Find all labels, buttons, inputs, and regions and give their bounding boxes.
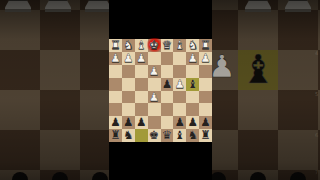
- white-pawn-icon: ♟: [149, 91, 159, 104]
- white-bishop-icon: ♝: [175, 39, 185, 52]
- square-a1: ♜: [199, 39, 212, 52]
- square-f5: [135, 91, 148, 104]
- square-c5: [173, 91, 186, 104]
- square-d1: ♛: [161, 39, 174, 52]
- square-g3: [122, 65, 135, 78]
- white-pawn-icon: ♟: [136, 52, 146, 65]
- white-piece-base-icon: [285, 0, 311, 12]
- white-pawn-icon: ♟: [110, 52, 120, 65]
- square-h3: [109, 65, 122, 78]
- black-pawn-icon: ♟: [200, 116, 210, 129]
- square-c2: [173, 52, 186, 65]
- square-c8: ♝: [173, 129, 186, 142]
- bg-coordinate-label: 4: [315, 51, 318, 56]
- square-g1: ♞: [122, 39, 135, 52]
- white-pawn-icon: ♟: [175, 78, 185, 91]
- square-g5: [122, 91, 135, 104]
- square-d8: ♛: [161, 129, 174, 142]
- black-king-icon: ♚: [149, 129, 159, 142]
- square-e4: [148, 78, 161, 91]
- square-a2: ♟: [199, 52, 212, 65]
- square-d6: [161, 103, 174, 116]
- chess-board: ♜♞♝♚♛♝♞♜♟♟♟♟♟♟♟♟♝♟♟♟♟♟♟♟♜♞♚♛♝♞♜: [109, 39, 212, 142]
- black-rook-icon: ♜: [110, 129, 120, 142]
- white-pawn-icon: ♟: [187, 52, 197, 65]
- square-f2: ♟: [135, 52, 148, 65]
- square-b5: [186, 91, 199, 104]
- square-d4: ♟: [161, 78, 174, 91]
- white-rook-icon: ♜: [110, 39, 120, 52]
- square-b8: ♞: [186, 129, 199, 142]
- square-e3: ♟: [148, 65, 161, 78]
- white-knight-icon: ♞: [123, 39, 133, 52]
- white-knight-icon: ♞: [187, 39, 197, 52]
- square-h8: ♜: [109, 129, 122, 142]
- white-piece-base-icon: [245, 0, 271, 12]
- bg-coordinate-label: 7: [315, 170, 318, 175]
- square-a4: [199, 78, 212, 91]
- black-pawn-icon: ♟: [123, 116, 133, 129]
- background-right: ♟ ♝ 4 5 6 7: [212, 0, 320, 180]
- black-rook-icon: ♜: [200, 129, 210, 142]
- square-f3: [135, 65, 148, 78]
- square-g8: ♞: [122, 129, 135, 142]
- square-e6: [148, 103, 161, 116]
- square-h5: [109, 91, 122, 104]
- square-c1: ♝: [173, 39, 186, 52]
- square-h1: ♜: [109, 39, 122, 52]
- background-left: [0, 0, 110, 180]
- black-pawn-icon: ♟: [136, 116, 146, 129]
- background-checkerboard: [0, 0, 110, 180]
- white-queen-icon: ♛: [162, 39, 172, 52]
- square-a8: ♜: [199, 129, 212, 142]
- bg-coordinate-label: 6: [315, 133, 318, 138]
- square-a5: [199, 91, 212, 104]
- black-pawn-icon: ♟: [175, 116, 185, 129]
- black-queen-icon: ♛: [162, 129, 172, 142]
- white-piece-base-icon: [5, 0, 31, 12]
- square-b4: ♝: [186, 78, 199, 91]
- square-b1: ♞: [186, 39, 199, 52]
- black-bishop-icon: ♝: [238, 47, 278, 91]
- square-c3: [173, 65, 186, 78]
- square-e5: ♟: [148, 91, 161, 104]
- square-a3: [199, 65, 212, 78]
- black-knight-icon: ♞: [187, 129, 197, 142]
- black-bishop-icon: ♝: [187, 78, 197, 91]
- black-pawn-icon: ♟: [187, 116, 197, 129]
- square-e8: ♚: [148, 129, 161, 142]
- white-pawn-icon: ♟: [149, 65, 159, 78]
- black-pawn-icon: ♟: [110, 116, 120, 129]
- white-pawn-icon: ♟: [200, 52, 210, 65]
- square-g2: ♟: [122, 52, 135, 65]
- square-d5: [161, 91, 174, 104]
- square-e2: [148, 52, 161, 65]
- white-pawn-icon: ♟: [212, 49, 239, 83]
- black-bishop-icon: ♝: [175, 129, 185, 142]
- square-c4: ♟: [173, 78, 186, 91]
- square-f4: [135, 78, 148, 91]
- black-knight-icon: ♞: [123, 129, 133, 142]
- square-d2: [161, 52, 174, 65]
- bg-coordinate-label: 5: [315, 92, 318, 97]
- white-piece-base-icon: [85, 0, 110, 12]
- square-b2: ♟: [186, 52, 199, 65]
- white-bishop-icon: ♝: [136, 39, 146, 52]
- white-king-icon: ♚: [149, 39, 159, 52]
- square-d3: [161, 65, 174, 78]
- video-strip: ♜♞♝♚♛♝♞♜♟♟♟♟♟♟♟♟♝♟♟♟♟♟♟♟♜♞♚♛♝♞♜: [109, 0, 212, 180]
- square-e1: ♚: [148, 39, 161, 52]
- square-b3: [186, 65, 199, 78]
- white-rook-icon: ♜: [200, 39, 210, 52]
- square-f7: ♟: [135, 116, 148, 129]
- white-piece-base-icon: [45, 0, 71, 12]
- square-g4: [122, 78, 135, 91]
- video-frame[interactable]: ♟ ♝ 4 5 6 7 ♜♞♝♚♛♝♞♜♟♟♟♟♟♟♟♟♝♟♟♟♟♟♟♟♜♞♚♛…: [0, 0, 320, 180]
- white-pawn-icon: ♟: [123, 52, 133, 65]
- square-f8: [135, 129, 148, 142]
- letterbox-bottom: [109, 142, 212, 180]
- letterbox-top: [109, 0, 212, 39]
- black-pawn-icon: ♟: [162, 78, 172, 91]
- square-h2: ♟: [109, 52, 122, 65]
- square-h4: [109, 78, 122, 91]
